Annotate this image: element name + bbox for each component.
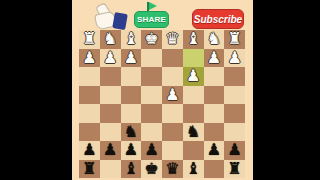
chess-board: ♜♞♝♚♛♝♞♜♟♟♟♟♟♟♟♞♞♟♟♟♟♟♟♜♝♚♛♝♜ (79, 30, 245, 178)
square-e8[interactable]: ♚ (141, 160, 162, 179)
square-d3[interactable] (162, 67, 183, 86)
square-g7[interactable]: ♟ (100, 141, 121, 160)
square-h5[interactable] (79, 104, 100, 123)
square-h7[interactable]: ♟ (79, 141, 100, 160)
square-f7[interactable]: ♟ (121, 141, 142, 160)
square-c2[interactable] (183, 49, 204, 68)
square-g8[interactable] (100, 160, 121, 179)
square-a4[interactable] (224, 86, 245, 105)
white-knight: ♞ (103, 30, 117, 48)
square-a6[interactable] (224, 123, 245, 142)
square-h1[interactable]: ♜ (79, 30, 100, 49)
black-bishop: ♝ (124, 160, 138, 178)
square-b5[interactable] (204, 104, 225, 123)
square-e3[interactable] (141, 67, 162, 86)
white-pawn: ♟ (165, 86, 179, 104)
square-h8[interactable]: ♜ (79, 160, 100, 179)
square-b6[interactable] (204, 123, 225, 142)
square-b3[interactable] (204, 67, 225, 86)
black-pawn: ♟ (144, 141, 158, 159)
square-a3[interactable] (224, 67, 245, 86)
square-d7[interactable] (162, 141, 183, 160)
square-d6[interactable] (162, 123, 183, 142)
square-f6[interactable]: ♞ (121, 123, 142, 142)
black-rook: ♜ (82, 160, 96, 178)
square-d1[interactable]: ♛ (162, 30, 183, 49)
black-knight: ♞ (124, 123, 138, 141)
black-pawn: ♟ (207, 141, 221, 159)
square-d2[interactable] (162, 49, 183, 68)
black-pawn: ♟ (227, 141, 241, 159)
square-a5[interactable] (224, 104, 245, 123)
square-a1[interactable]: ♜ (224, 30, 245, 49)
square-c4[interactable] (183, 86, 204, 105)
square-e6[interactable] (141, 123, 162, 142)
share-group: SHARE (134, 2, 170, 29)
square-g4[interactable] (100, 86, 121, 105)
thumb-sleeve (112, 12, 128, 30)
square-a8[interactable]: ♜ (224, 160, 245, 179)
square-a7[interactable]: ♟ (224, 141, 245, 160)
white-pawn: ♟ (82, 49, 96, 67)
square-g3[interactable] (100, 67, 121, 86)
square-b7[interactable]: ♟ (204, 141, 225, 160)
square-h2[interactable]: ♟ (79, 49, 100, 68)
square-b8[interactable] (204, 160, 225, 179)
white-pawn: ♟ (227, 49, 241, 67)
video-content: SHARE Subscribe ♜♞♝♚♛♝♞♜♟♟♟♟♟♟♟♞♞♟♟♟♟♟♟♜… (72, 0, 253, 180)
like-button[interactable] (92, 1, 131, 32)
square-h3[interactable] (79, 67, 100, 86)
white-king: ♚ (144, 30, 158, 48)
flag-pennant-icon (149, 2, 157, 10)
thumbs-up-icon (92, 1, 128, 5)
subscribe-button[interactable]: Subscribe (192, 9, 244, 29)
square-e7[interactable]: ♟ (141, 141, 162, 160)
black-pawn: ♟ (124, 141, 138, 159)
white-bishop: ♝ (186, 30, 200, 48)
square-g6[interactable] (100, 123, 121, 142)
black-bishop: ♝ (186, 160, 200, 178)
square-f3[interactable] (121, 67, 142, 86)
black-rook: ♜ (227, 160, 241, 178)
square-f2[interactable]: ♟ (121, 49, 142, 68)
video-frame: SHARE Subscribe ♜♞♝♚♛♝♞♜♟♟♟♟♟♟♟♞♞♟♟♟♟♟♟♜… (0, 0, 320, 180)
square-c5[interactable] (183, 104, 204, 123)
white-knight: ♞ (207, 30, 221, 48)
black-king: ♚ (144, 160, 158, 178)
square-d5[interactable] (162, 104, 183, 123)
square-h6[interactable] (79, 123, 100, 142)
square-a2[interactable]: ♟ (224, 49, 245, 68)
square-c3[interactable]: ♟ (183, 67, 204, 86)
square-g2[interactable]: ♟ (100, 49, 121, 68)
white-pawn: ♟ (186, 67, 200, 85)
square-c7[interactable] (183, 141, 204, 160)
square-d4[interactable]: ♟ (162, 86, 183, 105)
black-queen: ♛ (165, 160, 179, 178)
square-e2[interactable] (141, 49, 162, 68)
black-pawn: ♟ (82, 141, 96, 159)
white-pawn: ♟ (103, 49, 117, 67)
black-pawn: ♟ (103, 141, 117, 159)
black-knight: ♞ (186, 123, 200, 141)
square-c1[interactable]: ♝ (183, 30, 204, 49)
square-c8[interactable]: ♝ (183, 160, 204, 179)
square-b4[interactable] (204, 86, 225, 105)
white-pawn: ♟ (207, 49, 221, 67)
share-button[interactable]: SHARE (134, 11, 169, 28)
square-e4[interactable] (141, 86, 162, 105)
square-g5[interactable] (100, 104, 121, 123)
square-h4[interactable] (79, 86, 100, 105)
square-g1[interactable]: ♞ (100, 30, 121, 49)
square-b2[interactable]: ♟ (204, 49, 225, 68)
square-f8[interactable]: ♝ (121, 160, 142, 179)
white-pawn: ♟ (124, 49, 138, 67)
square-f5[interactable] (121, 104, 142, 123)
white-bishop: ♝ (124, 30, 138, 48)
white-rook: ♜ (227, 30, 241, 48)
square-e5[interactable] (141, 104, 162, 123)
white-rook: ♜ (82, 30, 96, 48)
square-d8[interactable]: ♛ (162, 160, 183, 179)
square-f1[interactable]: ♝ (121, 30, 142, 49)
square-e1[interactable]: ♚ (141, 30, 162, 49)
square-f4[interactable] (121, 86, 142, 105)
square-b1[interactable]: ♞ (204, 30, 225, 49)
white-queen: ♛ (165, 30, 179, 48)
square-c6[interactable]: ♞ (183, 123, 204, 142)
